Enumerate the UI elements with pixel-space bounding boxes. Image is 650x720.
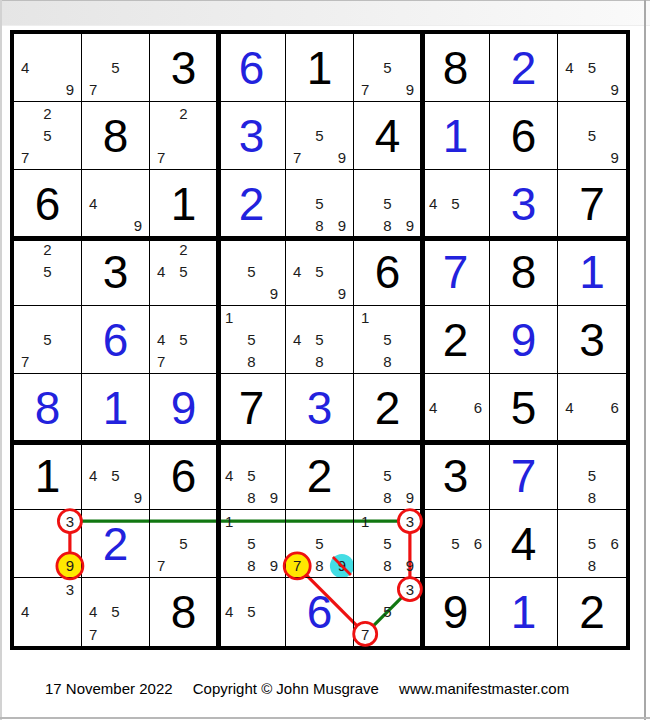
candidate-digit: 4 — [150, 328, 172, 350]
cell-r2c9[interactable]: 59 — [558, 102, 626, 170]
empty-slot — [36, 56, 58, 78]
empty-slot — [218, 442, 240, 464]
candidate-digit: 5 — [581, 124, 604, 146]
cell-r5c3[interactable]: 457 — [150, 306, 218, 374]
cell-r7c8[interactable]: 7 — [490, 442, 558, 510]
candidate-digit: 7 — [286, 147, 308, 169]
candidate-digit: 5 — [308, 532, 330, 554]
empty-slot — [82, 34, 104, 56]
cell-r7c9[interactable]: 58 — [558, 442, 626, 510]
cell-r4c3[interactable]: 245 — [150, 238, 218, 306]
empty-slot — [331, 306, 353, 328]
solved-digit: 6 — [307, 589, 333, 635]
empty-slot — [331, 532, 353, 554]
empty-slot — [14, 102, 36, 124]
empty-slot — [263, 623, 285, 646]
cell-r2c8[interactable]: 6 — [490, 102, 558, 170]
empty-slot — [376, 170, 398, 192]
empty-slot — [263, 442, 285, 464]
empty-slot — [127, 79, 149, 101]
cell-r7c6[interactable]: 589 — [354, 442, 422, 510]
empty-slot — [127, 578, 149, 601]
cell-r1c8[interactable]: 2 — [490, 34, 558, 102]
solved-digit: 6 — [103, 317, 129, 363]
empty-slot — [603, 102, 626, 124]
cell-r2c3[interactable]: 27 — [150, 102, 218, 170]
cell-r2c2[interactable]: 8 — [82, 102, 150, 170]
empty-slot — [14, 532, 36, 554]
candidate-digit: 8 — [376, 351, 398, 373]
empty-slot — [422, 510, 444, 532]
cell-r4c6[interactable]: 6 — [354, 238, 422, 306]
candidate-digit: 6 — [467, 396, 489, 418]
empty-slot — [263, 464, 285, 486]
empty-slot — [467, 215, 489, 237]
empty-slot — [444, 396, 466, 418]
candidate-digit: 9 — [603, 147, 626, 169]
empty-slot — [14, 510, 36, 532]
candidate-digit: 4 — [14, 56, 36, 78]
empty-slot — [422, 170, 444, 192]
empty-slot — [263, 306, 285, 328]
candidate-digit: 4 — [14, 601, 36, 624]
cell-r3c5[interactable]: 589 — [286, 170, 354, 238]
candidate-digit: 7 — [14, 351, 36, 373]
candidate-digit: 7 — [354, 79, 376, 101]
cell-r9c3[interactable]: 8 — [150, 578, 218, 646]
cell-r6c1[interactable]: 8 — [14, 374, 82, 442]
empty-slot — [354, 555, 376, 577]
empty-slot — [308, 147, 330, 169]
empty-slot — [195, 555, 217, 577]
candidate-digit: 3 — [399, 510, 421, 532]
cell-r8c6[interactable]: 13589 — [354, 510, 422, 578]
candidate-digit: 4 — [286, 260, 308, 282]
empty-slot — [467, 555, 489, 577]
cell-r5c9[interactable]: 3 — [558, 306, 626, 374]
empty-slot — [558, 464, 581, 486]
empty-slot — [36, 601, 58, 624]
empty-slot — [467, 374, 489, 396]
empty-slot — [150, 283, 172, 305]
cell-r1c7[interactable]: 8 — [422, 34, 490, 102]
cell-r8c5[interactable]: 5789 — [286, 510, 354, 578]
cell-r2c5[interactable]: 579 — [286, 102, 354, 170]
given-digit: 3 — [443, 453, 469, 499]
empty-slot — [399, 170, 421, 192]
cell-r7c2[interactable]: 459 — [82, 442, 150, 510]
empty-slot — [422, 215, 444, 237]
solved-digit: 1 — [511, 589, 537, 635]
cell-r5c2[interactable]: 6 — [82, 306, 150, 374]
solved-digit: 1 — [443, 113, 469, 159]
cell-r7c4[interactable]: 4589 — [218, 442, 286, 510]
empty-slot — [36, 34, 58, 56]
empty-slot — [354, 328, 376, 350]
empty-slot — [308, 510, 330, 532]
given-digit: 2 — [443, 317, 469, 363]
empty-slot — [399, 532, 421, 554]
candidate-digit: 5 — [581, 464, 604, 486]
candidate-digit: 4 — [218, 464, 240, 486]
cell-r3c2[interactable]: 49 — [82, 170, 150, 238]
empty-slot — [308, 102, 330, 124]
candidate-digit: 9 — [331, 555, 353, 577]
cell-r4c8[interactable]: 8 — [490, 238, 558, 306]
cell-r1c6[interactable]: 579 — [354, 34, 422, 102]
empty-slot — [308, 283, 330, 305]
empty-slot — [376, 623, 398, 646]
candidate-digit: 5 — [36, 124, 58, 146]
cell-r6c2[interactable]: 1 — [82, 374, 150, 442]
given-digit: 7 — [579, 181, 605, 227]
solved-digit: 3 — [511, 181, 537, 227]
cell-r9c9[interactable]: 2 — [558, 578, 626, 646]
empty-slot — [263, 601, 285, 624]
empty-slot — [286, 102, 308, 124]
candidate-digit: 8 — [308, 215, 330, 237]
cell-r8c8[interactable]: 4 — [490, 510, 558, 578]
empty-slot — [354, 601, 376, 624]
cell-r9c4[interactable]: 45 — [218, 578, 286, 646]
cell-r2c1[interactable]: 257 — [14, 102, 82, 170]
cell-r9c2[interactable]: 457 — [82, 578, 150, 646]
cell-r6c6[interactable]: 2 — [354, 374, 422, 442]
candidate-digit: 5 — [376, 464, 398, 486]
cell-r3c9[interactable]: 7 — [558, 170, 626, 238]
candidate-digit: 3 — [59, 510, 81, 532]
cell-r1c5[interactable]: 1 — [286, 34, 354, 102]
empty-slot — [14, 623, 36, 646]
empty-slot — [195, 510, 217, 532]
cell-r9c8[interactable]: 1 — [490, 578, 558, 646]
cell-r1c1[interactable]: 49 — [14, 34, 82, 102]
cell-r2c7[interactable]: 1 — [422, 102, 490, 170]
empty-slot — [104, 215, 126, 237]
empty-slot — [172, 283, 194, 305]
empty-slot — [218, 578, 240, 601]
cell-r6c3[interactable]: 9 — [150, 374, 218, 442]
candidate-digit: 7 — [150, 555, 172, 577]
given-digit: 3 — [171, 45, 197, 91]
solved-digit: 2 — [511, 45, 537, 91]
empty-slot — [59, 102, 81, 124]
cell-r1c9[interactable]: 459 — [558, 34, 626, 102]
empty-slot — [354, 215, 376, 237]
candidate-digit: 9 — [59, 79, 81, 101]
empty-slot — [603, 510, 626, 532]
empty-slot — [218, 623, 240, 646]
cell-r6c5[interactable]: 3 — [286, 374, 354, 442]
empty-slot — [558, 510, 581, 532]
empty-slot — [36, 578, 58, 601]
candidate-digit: 8 — [240, 555, 262, 577]
empty-slot — [127, 170, 149, 192]
candidate-digit: 1 — [354, 510, 376, 532]
cell-r4c1[interactable]: 25 — [14, 238, 82, 306]
candidate-digit: 7 — [82, 623, 104, 646]
empty-slot — [172, 147, 194, 169]
given-digit: 4 — [375, 113, 401, 159]
empty-slot — [104, 442, 126, 464]
candidate-digit: 5 — [376, 192, 398, 214]
candidate-digit: 5 — [104, 464, 126, 486]
empty-slot — [150, 532, 172, 554]
empty-slot — [603, 464, 626, 486]
empty-slot — [399, 306, 421, 328]
candidate-digit: 6 — [603, 532, 626, 554]
cell-r5c5[interactable]: 458 — [286, 306, 354, 374]
cell-r7c3[interactable]: 6 — [150, 442, 218, 510]
empty-slot — [558, 555, 581, 577]
empty-slot — [127, 601, 149, 624]
cell-r8c3[interactable]: 57 — [150, 510, 218, 578]
cell-r3c6[interactable]: 589 — [354, 170, 422, 238]
empty-slot — [581, 34, 604, 56]
candidate-digit: 9 — [399, 487, 421, 509]
empty-slot — [331, 124, 353, 146]
cell-r2c6[interactable]: 4 — [354, 102, 422, 170]
candidate-digit: 5 — [172, 328, 194, 350]
empty-slot — [376, 34, 398, 56]
candidate-digit: 5 — [240, 328, 262, 350]
empty-slot — [150, 306, 172, 328]
empty-slot — [286, 192, 308, 214]
candidate-digit: 7 — [82, 79, 104, 101]
cell-r1c4[interactable]: 6 — [218, 34, 286, 102]
candidate-digit: 4 — [558, 56, 581, 78]
empty-slot — [36, 623, 58, 646]
candidate-digit: 5 — [308, 260, 330, 282]
cell-r8c1[interactable]: 39 — [14, 510, 82, 578]
empty-slot — [82, 487, 104, 509]
given-digit: 2 — [579, 589, 605, 635]
cell-r3c3[interactable]: 1 — [150, 170, 218, 238]
candidate-digit: 4 — [422, 396, 444, 418]
candidate-digit: 9 — [263, 283, 285, 305]
empty-slot — [331, 192, 353, 214]
empty-slot — [263, 578, 285, 601]
cell-r9c6[interactable]: 357 — [354, 578, 422, 646]
empty-slot — [218, 351, 240, 373]
empty-slot — [14, 555, 36, 577]
empty-slot — [603, 124, 626, 146]
empty-slot — [36, 79, 58, 101]
cell-r4c5[interactable]: 459 — [286, 238, 354, 306]
empty-slot — [59, 623, 81, 646]
empty-slot — [172, 510, 194, 532]
candidate-digit: 8 — [581, 555, 604, 577]
empty-slot — [59, 601, 81, 624]
cell-r3c4[interactable]: 2 — [218, 170, 286, 238]
candidate-digit: 7 — [354, 623, 376, 646]
empty-slot — [444, 555, 466, 577]
candidate-digit: 5 — [308, 124, 330, 146]
box-border-horizontal-2 — [14, 440, 626, 445]
candidate-digit: 8 — [376, 215, 398, 237]
box-border-vertical-2 — [420, 34, 425, 646]
candidate-digit: 8 — [308, 351, 330, 373]
candidate-digit: 7 — [150, 147, 172, 169]
candidate-digit: 5 — [104, 601, 126, 624]
cell-r5c4[interactable]: 158 — [218, 306, 286, 374]
empty-slot — [195, 147, 217, 169]
cell-r7c5[interactable]: 2 — [286, 442, 354, 510]
candidate-digit: 6 — [467, 532, 489, 554]
empty-slot — [331, 170, 353, 192]
empty-slot — [127, 56, 149, 78]
empty-slot — [82, 56, 104, 78]
empty-slot — [376, 79, 398, 101]
empty-slot — [172, 124, 194, 146]
cell-r1c2[interactable]: 57 — [82, 34, 150, 102]
cell-r4c2[interactable]: 3 — [82, 238, 150, 306]
candidate-digit: 3 — [399, 578, 421, 601]
cell-r6c4[interactable]: 7 — [218, 374, 286, 442]
empty-slot — [195, 351, 217, 373]
empty-slot — [331, 102, 353, 124]
candidate-digit: 7 — [150, 351, 172, 373]
empty-slot — [59, 34, 81, 56]
cell-r1c3[interactable]: 3 — [150, 34, 218, 102]
candidate-digit: 5 — [308, 328, 330, 350]
candidate-digit: 2 — [172, 238, 194, 260]
empty-slot — [104, 487, 126, 509]
empty-slot — [59, 328, 81, 350]
empty-slot — [331, 328, 353, 350]
empty-slot — [286, 351, 308, 373]
cell-r2c4[interactable]: 3 — [218, 102, 286, 170]
empty-slot — [59, 260, 81, 282]
given-digit: 6 — [511, 113, 537, 159]
empty-slot — [399, 192, 421, 214]
empty-slot — [399, 623, 421, 646]
empty-slot — [558, 374, 581, 396]
footer-copyright: Copyright © John Musgrave — [193, 680, 379, 697]
empty-slot — [59, 56, 81, 78]
given-digit: 6 — [375, 249, 401, 295]
empty-slot — [172, 306, 194, 328]
given-digit: 6 — [171, 453, 197, 499]
solved-digit: 8 — [35, 385, 61, 431]
empty-slot — [59, 351, 81, 373]
empty-slot — [444, 374, 466, 396]
candidate-digit: 4 — [286, 328, 308, 350]
empty-slot — [59, 124, 81, 146]
empty-slot — [36, 306, 58, 328]
window-bottom-edge — [0, 717, 650, 719]
cell-r5c6[interactable]: 158 — [354, 306, 422, 374]
cell-r3c1[interactable]: 6 — [14, 170, 82, 238]
empty-slot — [558, 34, 581, 56]
cell-r4c7[interactable]: 7 — [422, 238, 490, 306]
empty-slot — [240, 306, 262, 328]
empty-slot — [218, 532, 240, 554]
empty-slot — [195, 238, 217, 260]
cell-r4c9[interactable]: 1 — [558, 238, 626, 306]
candidate-digit: 8 — [376, 487, 398, 509]
empty-slot — [422, 374, 444, 396]
candidate-digit: 5 — [172, 532, 194, 554]
empty-slot — [354, 487, 376, 509]
cell-r6c9[interactable]: 46 — [558, 374, 626, 442]
cell-r5c7[interactable]: 2 — [422, 306, 490, 374]
candidate-digit: 2 — [36, 238, 58, 260]
window-titlebar — [0, 0, 650, 26]
solved-digit: 9 — [171, 385, 197, 431]
window-right-edge — [644, 0, 646, 720]
empty-slot — [218, 328, 240, 350]
cell-r3c8[interactable]: 3 — [490, 170, 558, 238]
empty-slot — [14, 79, 36, 101]
empty-slot — [14, 260, 36, 282]
empty-slot — [127, 34, 149, 56]
empty-slot — [127, 442, 149, 464]
empty-slot — [558, 532, 581, 554]
candidate-digit: 5 — [444, 192, 466, 214]
box-border-vertical-1 — [216, 34, 221, 646]
empty-slot — [240, 623, 262, 646]
empty-slot — [240, 283, 262, 305]
candidate-digit: 7 — [286, 555, 308, 577]
empty-slot — [399, 351, 421, 373]
cell-r3c7[interactable]: 45 — [422, 170, 490, 238]
cell-r8c7[interactable]: 56 — [422, 510, 490, 578]
cell-r8c2[interactable]: 2 — [82, 510, 150, 578]
given-digit: 3 — [579, 317, 605, 363]
empty-slot — [558, 419, 581, 441]
cell-r8c4[interactable]: 1589 — [218, 510, 286, 578]
cell-r9c1[interactable]: 34 — [14, 578, 82, 646]
cell-r7c7[interactable]: 3 — [422, 442, 490, 510]
cell-r7c1[interactable]: 1 — [14, 442, 82, 510]
empty-slot — [14, 124, 36, 146]
cell-r5c8[interactable]: 9 — [490, 306, 558, 374]
solved-digit: 7 — [511, 453, 537, 499]
candidate-digit: 8 — [240, 351, 262, 373]
empty-slot — [581, 147, 604, 169]
candidate-digit: 8 — [376, 555, 398, 577]
empty-slot — [444, 215, 466, 237]
empty-slot — [399, 328, 421, 350]
empty-slot — [581, 79, 604, 101]
empty-slot — [127, 464, 149, 486]
empty-slot — [240, 238, 262, 260]
candidate-digit: 3 — [59, 578, 81, 601]
empty-slot — [581, 102, 604, 124]
empty-slot — [399, 56, 421, 78]
given-digit: 2 — [307, 453, 333, 499]
solved-digit: 2 — [103, 521, 129, 567]
empty-slot — [603, 419, 626, 441]
cell-r9c7[interactable]: 9 — [422, 578, 490, 646]
candidate-digit: 4 — [218, 601, 240, 624]
cell-r5c1[interactable]: 57 — [14, 306, 82, 374]
empty-slot — [286, 306, 308, 328]
cell-r8c9[interactable]: 568 — [558, 510, 626, 578]
given-digit: 1 — [171, 181, 197, 227]
cell-r6c8[interactable]: 5 — [490, 374, 558, 442]
cell-r6c7[interactable]: 46 — [422, 374, 490, 442]
empty-slot — [263, 532, 285, 554]
cell-r9c5[interactable]: 6 — [286, 578, 354, 646]
empty-slot — [150, 124, 172, 146]
empty-slot — [354, 34, 376, 56]
cell-r4c4[interactable]: 59 — [218, 238, 286, 306]
empty-slot — [354, 56, 376, 78]
empty-slot — [263, 351, 285, 373]
given-digit: 3 — [103, 249, 129, 295]
